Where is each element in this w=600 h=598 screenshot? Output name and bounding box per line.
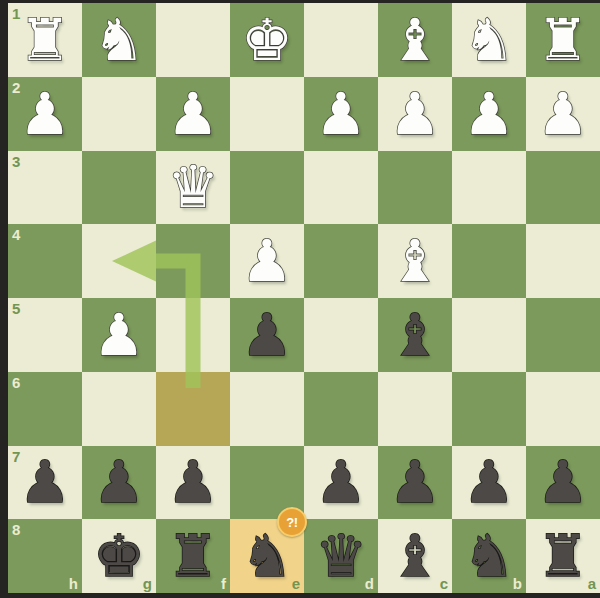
square-g2[interactable] (82, 77, 156, 151)
square-a7[interactable]: ♟ (526, 446, 600, 520)
piece-black-R-a8[interactable]: ♜ (526, 519, 600, 593)
square-e1[interactable]: ♚ (230, 3, 304, 77)
piece-white-P-b2[interactable]: ♟ (452, 77, 526, 151)
piece-white-B-c4[interactable]: ♝ (378, 224, 452, 298)
square-f5[interactable] (156, 298, 230, 372)
piece-white-B-c1[interactable]: ♝ (378, 3, 452, 77)
piece-black-P-f7[interactable]: ♟ (156, 446, 230, 520)
rank-label-4: 4 (12, 226, 20, 243)
square-f8[interactable]: f♜ (156, 519, 230, 593)
piece-black-P-g7[interactable]: ♟ (82, 446, 156, 520)
piece-white-P-e4[interactable]: ♟ (230, 224, 304, 298)
square-d4[interactable] (304, 224, 378, 298)
square-e6[interactable] (230, 372, 304, 446)
piece-black-B-c8[interactable]: ♝ (378, 519, 452, 593)
piece-white-P-c2[interactable]: ♟ (378, 77, 452, 151)
piece-black-N-b8[interactable]: ♞ (452, 519, 526, 593)
square-a4[interactable] (526, 224, 600, 298)
square-b5[interactable] (452, 298, 526, 372)
square-h4[interactable]: 4 (8, 224, 82, 298)
square-h1[interactable]: 1♜ (8, 3, 82, 77)
square-f7[interactable]: ♟ (156, 446, 230, 520)
square-g7[interactable]: ♟ (82, 446, 156, 520)
piece-white-P-a2[interactable]: ♟ (526, 77, 600, 151)
square-h7[interactable]: 7♟ (8, 446, 82, 520)
square-h3[interactable]: 3 (8, 151, 82, 225)
square-g8[interactable]: g♚ (82, 519, 156, 593)
piece-white-P-d2[interactable]: ♟ (304, 77, 378, 151)
square-d8[interactable]: d♛ (304, 519, 378, 593)
piece-black-B-c5[interactable]: ♝ (378, 298, 452, 372)
square-b6[interactable] (452, 372, 526, 446)
square-d1[interactable] (304, 3, 378, 77)
piece-white-P-g5[interactable]: ♟ (82, 298, 156, 372)
piece-black-P-h7[interactable]: ♟ (8, 446, 82, 520)
piece-black-P-e5[interactable]: ♟ (230, 298, 304, 372)
square-b8[interactable]: b♞ (452, 519, 526, 593)
piece-white-N-g1[interactable]: ♞ (82, 3, 156, 77)
square-g5[interactable]: ♟ (82, 298, 156, 372)
chess-board-screen: 1♜♞♚♝♞♜2♟♟♟♟♟♟3♛4♟♝5♟♟♝67♟♟♟♟♟♟♟8hg♚f♜e♞… (0, 0, 600, 598)
square-h2[interactable]: 2♟ (8, 77, 82, 151)
square-f4[interactable] (156, 224, 230, 298)
square-c7[interactable]: ♟ (378, 446, 452, 520)
square-b1[interactable]: ♞ (452, 3, 526, 77)
square-h6[interactable]: 6 (8, 372, 82, 446)
piece-white-P-f2[interactable]: ♟ (156, 77, 230, 151)
square-c6[interactable] (378, 372, 452, 446)
square-a2[interactable]: ♟ (526, 77, 600, 151)
piece-white-R-h1[interactable]: ♜ (8, 3, 82, 77)
square-b3[interactable] (452, 151, 526, 225)
rank-label-6: 6 (12, 374, 20, 391)
chess-board: 1♜♞♚♝♞♜2♟♟♟♟♟♟3♛4♟♝5♟♟♝67♟♟♟♟♟♟♟8hg♚f♜e♞… (8, 3, 600, 593)
square-b2[interactable]: ♟ (452, 77, 526, 151)
piece-black-P-d7[interactable]: ♟ (304, 446, 378, 520)
piece-black-R-f8[interactable]: ♜ (156, 519, 230, 593)
piece-black-K-g8[interactable]: ♚ (82, 519, 156, 593)
square-a5[interactable] (526, 298, 600, 372)
square-a8[interactable]: a♜ (526, 519, 600, 593)
square-f3[interactable]: ♛ (156, 151, 230, 225)
square-c5[interactable]: ♝ (378, 298, 452, 372)
square-b7[interactable]: ♟ (452, 446, 526, 520)
rank-label-5: 5 (12, 300, 20, 317)
file-label-h: h (69, 575, 78, 592)
square-g1[interactable]: ♞ (82, 3, 156, 77)
rank-label-3: 3 (12, 153, 20, 170)
square-c8[interactable]: c♝ (378, 519, 452, 593)
square-d5[interactable] (304, 298, 378, 372)
square-g4[interactable] (82, 224, 156, 298)
square-d3[interactable] (304, 151, 378, 225)
square-c1[interactable]: ♝ (378, 3, 452, 77)
piece-white-N-b1[interactable]: ♞ (452, 3, 526, 77)
square-e3[interactable] (230, 151, 304, 225)
square-c2[interactable]: ♟ (378, 77, 452, 151)
square-d7[interactable]: ♟ (304, 446, 378, 520)
square-a1[interactable]: ♜ (526, 3, 600, 77)
square-e5[interactable]: ♟ (230, 298, 304, 372)
piece-black-P-b7[interactable]: ♟ (452, 446, 526, 520)
square-f6[interactable] (156, 372, 230, 446)
piece-white-R-a1[interactable]: ♜ (526, 3, 600, 77)
square-h8[interactable]: 8h (8, 519, 82, 593)
square-e4[interactable]: ♟ (230, 224, 304, 298)
piece-white-P-h2[interactable]: ♟ (8, 77, 82, 151)
square-c3[interactable] (378, 151, 452, 225)
move-classification-badge: ?! (277, 507, 307, 537)
square-b4[interactable] (452, 224, 526, 298)
square-g3[interactable] (82, 151, 156, 225)
rank-label-8: 8 (12, 521, 20, 538)
square-c4[interactable]: ♝ (378, 224, 452, 298)
piece-white-Q-f3[interactable]: ♛ (156, 151, 230, 225)
square-h5[interactable]: 5 (8, 298, 82, 372)
square-a3[interactable] (526, 151, 600, 225)
square-e2[interactable] (230, 77, 304, 151)
square-g6[interactable] (82, 372, 156, 446)
piece-black-P-a7[interactable]: ♟ (526, 446, 600, 520)
square-f1[interactable] (156, 3, 230, 77)
square-d2[interactable]: ♟ (304, 77, 378, 151)
square-d6[interactable] (304, 372, 378, 446)
square-f2[interactable]: ♟ (156, 77, 230, 151)
piece-black-Q-d8[interactable]: ♛ (304, 519, 378, 593)
piece-black-P-c7[interactable]: ♟ (378, 446, 452, 520)
piece-white-K-e1[interactable]: ♚ (230, 3, 304, 77)
square-a6[interactable] (526, 372, 600, 446)
